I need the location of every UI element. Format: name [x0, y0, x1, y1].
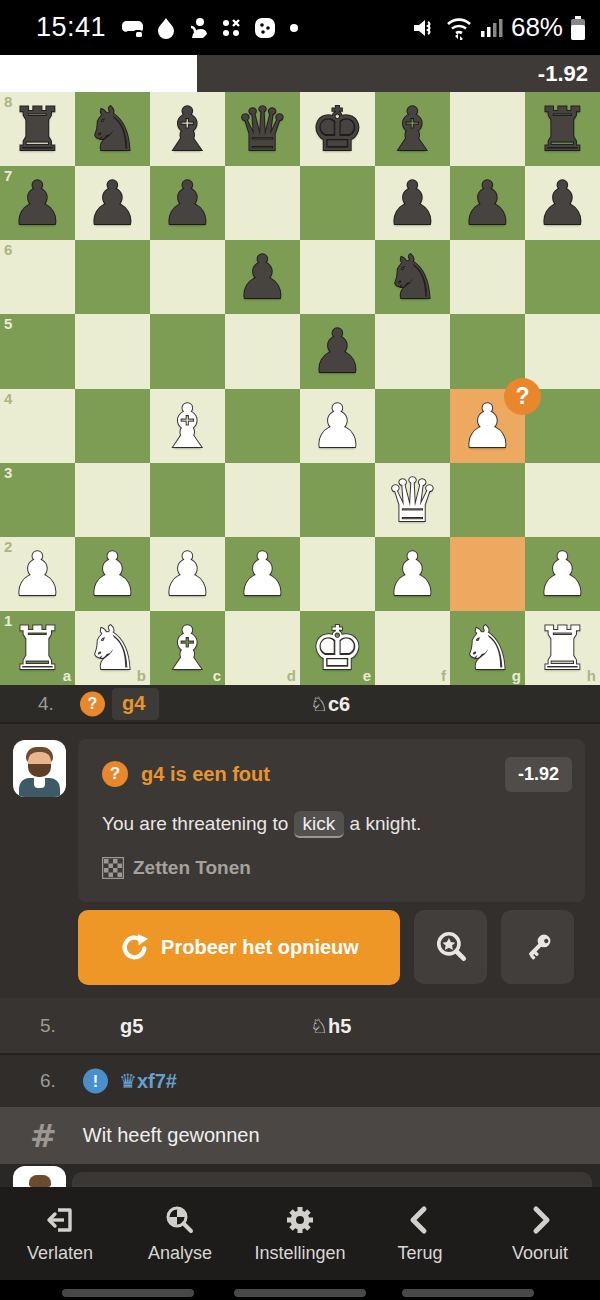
square-c3[interactable] — [150, 463, 225, 537]
piece-black-bishop[interactable]: ♝ — [161, 99, 215, 159]
move-white[interactable]: g5 — [120, 1014, 143, 1037]
square-f1[interactable]: f — [375, 611, 450, 685]
coach-chat-row — [0, 1164, 600, 1187]
square-f2[interactable]: ♟ — [375, 537, 450, 611]
analysis-text: You are threatening to kick a knight. — [102, 813, 421, 835]
cell-signal-icon — [480, 17, 504, 39]
piece-black-pawn[interactable]: ♟ — [236, 247, 290, 307]
nav-label: Analyse — [148, 1243, 212, 1264]
square-h2[interactable]: ♟ — [525, 537, 600, 611]
square-e6[interactable] — [300, 240, 375, 314]
analysis-text-post: a knight. — [344, 813, 421, 834]
square-f8[interactable]: ♝ — [375, 92, 450, 166]
square-a1[interactable]: 1a♜ — [0, 611, 75, 685]
analysis-text-pre: You are threatening to — [102, 813, 294, 834]
square-d5[interactable] — [225, 314, 300, 388]
square-e3[interactable] — [300, 463, 375, 537]
square-h3[interactable] — [525, 463, 600, 537]
coach-avatar-small — [13, 1166, 66, 1187]
square-b8[interactable]: ♞ — [75, 92, 150, 166]
square-g8[interactable] — [450, 92, 525, 166]
analysis-title: g4 is een fout — [141, 763, 270, 786]
piece-white-pawn[interactable]: ♟ — [236, 544, 290, 604]
square-g3[interactable] — [450, 463, 525, 537]
square-e8[interactable]: ♚ — [300, 92, 375, 166]
move-black[interactable]: ♘c6 — [310, 692, 350, 716]
square-e1[interactable]: e♚ — [300, 611, 375, 685]
square-h5[interactable] — [525, 314, 600, 388]
square-a3[interactable]: 3 — [0, 463, 75, 537]
piece-black-pawn[interactable]: ♟ — [386, 173, 440, 233]
checkmate-hash-icon: # — [30, 1117, 57, 1155]
analysis-icon — [164, 1204, 196, 1236]
rank-label: 2 — [4, 538, 12, 555]
square-c6[interactable] — [150, 240, 225, 314]
mistake-badge-icon: ? — [80, 691, 105, 716]
square-f7[interactable]: ♟ — [375, 166, 450, 240]
square-b7[interactable]: ♟ — [75, 166, 150, 240]
nav-item-terug[interactable]: Terug — [360, 1187, 480, 1280]
file-label: d — [287, 667, 296, 684]
square-f5[interactable] — [375, 314, 450, 388]
piece-black-knight[interactable]: ♞ — [386, 247, 440, 307]
square-b3[interactable] — [75, 463, 150, 537]
mistake-badge-icon: ? — [102, 761, 128, 787]
show-moves-button[interactable]: Zetten Tonen — [102, 857, 251, 879]
file-label: e — [363, 667, 371, 684]
piece-white-pawn[interactable]: ♟ — [536, 544, 590, 604]
square-e4[interactable]: ♟ — [300, 389, 375, 463]
rank-label: 4 — [4, 390, 12, 407]
gear-icon — [284, 1204, 316, 1236]
square-f6[interactable]: ♞ — [375, 240, 450, 314]
square-d4[interactable] — [225, 389, 300, 463]
square-a6[interactable]: 6 — [0, 240, 75, 314]
nav-item-verlaten[interactable]: Verlaten — [0, 1187, 120, 1280]
avatar-hair — [29, 1175, 51, 1187]
good-move-badge-icon: ! — [83, 1069, 108, 1094]
nav-item-instellingen[interactable]: Instellingen — [240, 1187, 360, 1280]
square-b2[interactable]: ♟ — [75, 537, 150, 611]
move-number: 5. — [40, 1015, 56, 1037]
evaluation-bar: -1.92 — [0, 55, 600, 92]
magnifier-star-icon — [434, 930, 468, 964]
square-a7[interactable]: 7♟ — [0, 166, 75, 240]
piece-white-pawn[interactable]: ♟ — [161, 544, 215, 604]
evaluation-bar-white-fill — [0, 55, 197, 92]
piece-black-pawn[interactable]: ♟ — [161, 173, 215, 233]
nav-label: Instellingen — [254, 1243, 345, 1264]
exit-icon — [44, 1204, 76, 1236]
mute-icon — [412, 16, 438, 40]
show-moves-label: Zetten Tonen — [133, 857, 251, 879]
square-f3[interactable]: ♛ — [375, 463, 450, 537]
nav-label: Terug — [397, 1243, 442, 1264]
game-result-row: # Wit heeft gewonnen — [0, 1107, 600, 1164]
square-c7[interactable]: ♟ — [150, 166, 225, 240]
coach-avatar — [13, 740, 66, 797]
key-icon — [521, 930, 555, 964]
square-c5[interactable] — [150, 314, 225, 388]
piece-white-pawn[interactable]: ♟ — [11, 544, 65, 604]
chevron-right-icon — [524, 1204, 556, 1236]
square-d6[interactable]: ♟ — [225, 240, 300, 314]
move-white[interactable]: ♛xf7# — [119, 1069, 177, 1093]
keyword-chip[interactable]: kick — [294, 811, 345, 838]
piece-white-bishop[interactable]: ♝ — [161, 396, 215, 456]
piece-black-rook[interactable]: ♜ — [536, 99, 590, 159]
piece-black-pawn[interactable]: ♟ — [11, 173, 65, 233]
more-notifications-dot-icon — [289, 23, 299, 33]
square-d7[interactable] — [225, 166, 300, 240]
refresh-icon — [119, 933, 149, 963]
square-g5[interactable] — [450, 314, 525, 388]
piece-white-king[interactable]: ♚ — [311, 618, 365, 678]
square-h7[interactable]: ♟ — [525, 166, 600, 240]
app-squircle-icon — [254, 17, 276, 39]
square-e5[interactable]: ♟ — [300, 314, 375, 388]
piece-white-queen[interactable]: ♛ — [386, 470, 440, 530]
evaluation-badge: -1.92 — [505, 757, 572, 792]
dots-x-grid-icon — [221, 18, 241, 38]
rank-label: 1 — [4, 612, 12, 629]
gamepad-notification-icon — [120, 18, 144, 38]
piece-white-knight[interactable]: ♞ — [86, 618, 140, 678]
move-black[interactable]: ♘h5 — [310, 1014, 351, 1038]
board-mistake-badge: ? — [504, 378, 541, 415]
rank-label: 5 — [4, 315, 12, 332]
chess-board[interactable]: 8♜♞♝♛♚♝♜7♟♟♟♟♟♟6♟♞5♟4♝♟♟3♛2♟♟♟♟♟♟1a♜b♞c♝… — [0, 92, 600, 685]
piece-black-king[interactable]: ♚ — [311, 99, 365, 159]
status-bar: 15:41 68% — [0, 0, 600, 55]
piece-black-pawn[interactable]: ♟ — [536, 173, 590, 233]
square-g6[interactable] — [450, 240, 525, 314]
avatar-collar — [34, 778, 45, 788]
water-drop-icon — [157, 17, 175, 39]
piece-black-pawn[interactable]: ♟ — [86, 173, 140, 233]
file-label: g — [512, 667, 521, 684]
square-h6[interactable] — [525, 240, 600, 314]
gesture-pill[interactable] — [62, 1289, 194, 1297]
square-d1[interactable]: d — [225, 611, 300, 685]
file-label: b — [137, 667, 146, 684]
bottom-nav: Verlaten Analyse Instellingen Terug Voor… — [0, 1187, 600, 1280]
analysis-section: ? g4 is een fout -1.92 You are threateni… — [0, 724, 600, 998]
person-notification-icon — [188, 17, 208, 39]
square-a8[interactable]: 8♜ — [0, 92, 75, 166]
square-g1[interactable]: g♞ — [450, 611, 525, 685]
square-c2[interactable]: ♟ — [150, 537, 225, 611]
square-f4[interactable] — [375, 389, 450, 463]
piece-white-knight[interactable]: ♞ — [461, 618, 515, 678]
rank-label: 7 — [4, 167, 12, 184]
rank-label: 8 — [4, 93, 12, 110]
chat-bubble — [72, 1172, 592, 1187]
avatar-beard — [28, 764, 51, 777]
piece-white-pawn[interactable]: ♟ — [86, 544, 140, 604]
retry-button[interactable]: Probeer het opnieuw — [78, 910, 400, 985]
move-white-selected[interactable]: g4 — [112, 688, 159, 720]
square-b1[interactable]: b♞ — [75, 611, 150, 685]
piece-white-rook[interactable]: ♜ — [536, 618, 590, 678]
square-a4[interactable]: 4 — [0, 389, 75, 463]
evaluation-score: -1.92 — [538, 61, 588, 87]
piece-black-knight[interactable]: ♞ — [86, 99, 140, 159]
piece-black-pawn[interactable]: ♟ — [461, 173, 515, 233]
battery-icon — [570, 15, 586, 41]
square-g7[interactable]: ♟ — [450, 166, 525, 240]
square-c1[interactable]: c♝ — [150, 611, 225, 685]
square-a5[interactable]: 5 — [0, 314, 75, 388]
square-h8[interactable]: ♜ — [525, 92, 600, 166]
nav-label: Vooruit — [512, 1243, 568, 1264]
nav-item-analyse[interactable]: Analyse — [120, 1187, 240, 1280]
move-number: 4. — [38, 693, 54, 715]
rank-label: 3 — [4, 464, 12, 481]
checkerboard-icon — [102, 857, 124, 879]
rank-label: 6 — [4, 241, 12, 258]
square-c4[interactable]: ♝ — [150, 389, 225, 463]
file-label: f — [441, 667, 446, 684]
square-b5[interactable] — [75, 314, 150, 388]
piece-white-bishop[interactable]: ♝ — [161, 618, 215, 678]
gesture-pill[interactable] — [402, 1289, 534, 1297]
piece-black-pawn[interactable]: ♟ — [311, 321, 365, 381]
square-b4[interactable] — [75, 389, 150, 463]
piece-black-rook[interactable]: ♜ — [11, 99, 65, 159]
piece-white-pawn[interactable]: ♟ — [386, 544, 440, 604]
retry-button-label: Probeer het opnieuw — [161, 936, 359, 959]
piece-black-queen[interactable]: ♛ — [236, 99, 290, 159]
piece-white-rook[interactable]: ♜ — [11, 618, 65, 678]
square-e2[interactable] — [300, 537, 375, 611]
wifi-icon — [445, 16, 473, 40]
file-label: a — [63, 667, 71, 684]
android-gesture-bar — [0, 1280, 600, 1300]
square-d2[interactable]: ♟ — [225, 537, 300, 611]
square-a2[interactable]: 2♟ — [0, 537, 75, 611]
game-result-text: Wit heeft gewonnen — [83, 1124, 260, 1147]
square-h1[interactable]: h♜ — [525, 611, 600, 685]
gesture-pill[interactable] — [234, 1289, 366, 1297]
chevron-left-icon — [404, 1204, 436, 1236]
hint-key-button[interactable] — [501, 910, 574, 984]
square-d8[interactable]: ♛ — [225, 92, 300, 166]
analysis-card: ? g4 is een fout -1.92 You are threateni… — [78, 739, 585, 902]
analyze-move-button[interactable] — [414, 910, 487, 984]
square-g2[interactable] — [450, 537, 525, 611]
piece-black-bishop[interactable]: ♝ — [386, 99, 440, 159]
move-row-6[interactable]: 6. ! ♛xf7# — [0, 1055, 600, 1107]
clock-time: 15:41 — [36, 12, 106, 43]
square-c8[interactable]: ♝ — [150, 92, 225, 166]
file-label: c — [213, 667, 221, 684]
square-d3[interactable] — [225, 463, 300, 537]
move-row-4[interactable]: 4. ? g4 ♘c6 — [0, 685, 600, 724]
nav-item-vooruit[interactable]: Vooruit — [480, 1187, 600, 1280]
battery-percent: 68% — [511, 12, 563, 43]
piece-white-pawn[interactable]: ♟ — [311, 396, 365, 456]
move-row-5[interactable]: 5. g5 ♘h5 — [0, 998, 600, 1055]
move-number: 6. — [40, 1070, 56, 1092]
square-b6[interactable] — [75, 240, 150, 314]
nav-label: Verlaten — [27, 1243, 93, 1264]
square-e7[interactable] — [300, 166, 375, 240]
file-label: h — [587, 667, 596, 684]
